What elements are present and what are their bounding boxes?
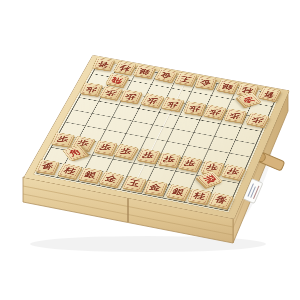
- shogi-piece[interactable]: 歩: [177, 156, 202, 171]
- piece-kanji: 桂: [58, 164, 82, 179]
- piece-kanji: 金: [99, 172, 123, 187]
- shogi-piece[interactable]: 歩: [136, 148, 160, 163]
- shogi-piece[interactable]: 香: [208, 192, 233, 208]
- piece-kanji: 銀: [166, 185, 190, 200]
- shogi-piece[interactable]: 金: [143, 180, 167, 195]
- shogi-piece[interactable]: 玉: [122, 176, 147, 192]
- product-photo-stage: 香桂銀金王金銀桂香飛角歩歩歩歩歩歩歩歩歩歩歩歩歩歩歩歩歩歩角飛香桂銀金玉金銀桂香: [0, 0, 300, 300]
- shogi-piece[interactable]: 香: [35, 159, 59, 174]
- shogi-piece[interactable]: 金: [98, 171, 123, 187]
- shogi-piece[interactable]: 歩: [221, 164, 246, 180]
- piece-kanji: 桂: [188, 189, 211, 204]
- shogi-piece[interactable]: 歩: [157, 152, 181, 167]
- shogi-piece[interactable]: 桂: [187, 188, 211, 204]
- piece-kanji: 歩: [51, 133, 73, 147]
- piece-kanji: 歩: [114, 144, 138, 159]
- piece-kanji: 玉: [122, 176, 145, 191]
- piece-kanji: 銀: [79, 168, 102, 182]
- piece-kanji: 香: [209, 193, 233, 208]
- piece-kanji: 歩: [94, 141, 117, 155]
- piece-kanji: 歩: [137, 149, 160, 163]
- shogi-piece[interactable]: 銀: [166, 184, 191, 200]
- shogi-piece[interactable]: 歩: [113, 144, 138, 159]
- piece-kanji: 歩: [158, 153, 180, 167]
- piece-kanji: 歩: [178, 156, 201, 171]
- piece-kanji: 歩: [222, 165, 245, 180]
- piece-kanji: 香: [36, 160, 59, 174]
- piece-kanji: 金: [144, 180, 167, 194]
